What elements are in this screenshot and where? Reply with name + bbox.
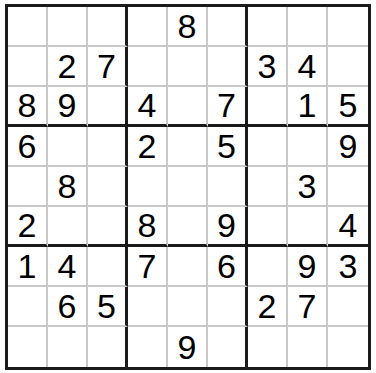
cell-r6c7[interactable] [248,207,288,247]
cell-r6c6[interactable]: 9 [208,207,248,247]
cell-r2c6[interactable] [208,47,248,87]
cell-r9c3[interactable] [88,327,128,367]
cell-r5c2[interactable]: 8 [48,167,88,207]
cell-r8c9[interactable] [328,287,368,327]
cell-r5c6[interactable] [208,167,248,207]
cell-r3c2[interactable]: 9 [48,87,88,127]
cell-r1c2[interactable] [48,7,88,47]
cell-r7c8[interactable]: 9 [288,247,328,287]
cell-r9c4[interactable] [128,327,168,367]
cell-r8c2[interactable]: 6 [48,287,88,327]
cell-r2c7[interactable]: 3 [248,47,288,87]
cell-r7c2[interactable]: 4 [48,247,88,287]
cell-r9c7[interactable] [248,327,288,367]
cell-r4c5[interactable] [168,127,208,167]
cell-r5c3[interactable] [88,167,128,207]
cell-r4c1[interactable]: 6 [8,127,48,167]
cell-r6c3[interactable] [88,207,128,247]
cell-r8c8[interactable]: 7 [288,287,328,327]
cell-r4c9[interactable]: 9 [328,127,368,167]
cell-r1c4[interactable] [128,7,168,47]
cell-r5c7[interactable] [248,167,288,207]
cell-r2c8[interactable]: 4 [288,47,328,87]
cell-r5c1[interactable] [8,167,48,207]
cell-r9c1[interactable] [8,327,48,367]
cell-r3c9[interactable]: 5 [328,87,368,127]
cell-r8c7[interactable]: 2 [248,287,288,327]
cell-r6c5[interactable] [168,207,208,247]
cell-r2c1[interactable] [8,47,48,87]
cell-r2c9[interactable] [328,47,368,87]
cell-r9c6[interactable] [208,327,248,367]
cell-r5c8[interactable]: 3 [288,167,328,207]
cell-r2c4[interactable] [128,47,168,87]
cell-r8c4[interactable] [128,287,168,327]
cell-r7c1[interactable]: 1 [8,247,48,287]
cell-r3c7[interactable] [248,87,288,127]
cell-r2c3[interactable]: 7 [88,47,128,87]
cell-r4c4[interactable]: 2 [128,127,168,167]
cell-r9c5[interactable]: 9 [168,327,208,367]
cell-r8c6[interactable] [208,287,248,327]
cell-r6c8[interactable] [288,207,328,247]
cell-r9c2[interactable] [48,327,88,367]
cell-r3c4[interactable]: 4 [128,87,168,127]
cell-r4c8[interactable] [288,127,328,167]
cell-r3c8[interactable]: 1 [288,87,328,127]
cell-r1c8[interactable] [288,7,328,47]
cell-r6c2[interactable] [48,207,88,247]
cell-r5c5[interactable] [168,167,208,207]
cell-r5c4[interactable] [128,167,168,207]
cell-r7c9[interactable]: 3 [328,247,368,287]
cell-r3c6[interactable]: 7 [208,87,248,127]
cell-r2c2[interactable]: 2 [48,47,88,87]
cell-r4c7[interactable] [248,127,288,167]
cell-r1c1[interactable] [8,7,48,47]
cell-r7c6[interactable]: 6 [208,247,248,287]
cell-r6c1[interactable]: 2 [8,207,48,247]
cell-r4c2[interactable] [48,127,88,167]
cell-r9c8[interactable] [288,327,328,367]
cell-r6c4[interactable]: 8 [128,207,168,247]
cell-r3c1[interactable]: 8 [8,87,48,127]
cell-r1c3[interactable] [88,7,128,47]
cell-r8c1[interactable] [8,287,48,327]
cell-r7c7[interactable] [248,247,288,287]
cell-r8c3[interactable]: 5 [88,287,128,327]
cell-r1c9[interactable] [328,7,368,47]
cell-r1c7[interactable] [248,7,288,47]
cell-r4c6[interactable]: 5 [208,127,248,167]
cell-r3c3[interactable] [88,87,128,127]
cell-r7c3[interactable] [88,247,128,287]
cell-r2c5[interactable] [168,47,208,87]
sudoku-board: 82734894715625983289414769365279 [5,4,371,370]
cell-r1c6[interactable] [208,7,248,47]
cell-r9c9[interactable] [328,327,368,367]
sudoku-page: 82734894715625983289414769365279 [0,0,376,373]
cell-r1c5[interactable]: 8 [168,7,208,47]
cell-r6c9[interactable]: 4 [328,207,368,247]
cell-r7c5[interactable] [168,247,208,287]
cell-r4c3[interactable] [88,127,128,167]
cell-r5c9[interactable] [328,167,368,207]
cell-r7c4[interactable]: 7 [128,247,168,287]
cell-r8c5[interactable] [168,287,208,327]
cell-r3c5[interactable] [168,87,208,127]
